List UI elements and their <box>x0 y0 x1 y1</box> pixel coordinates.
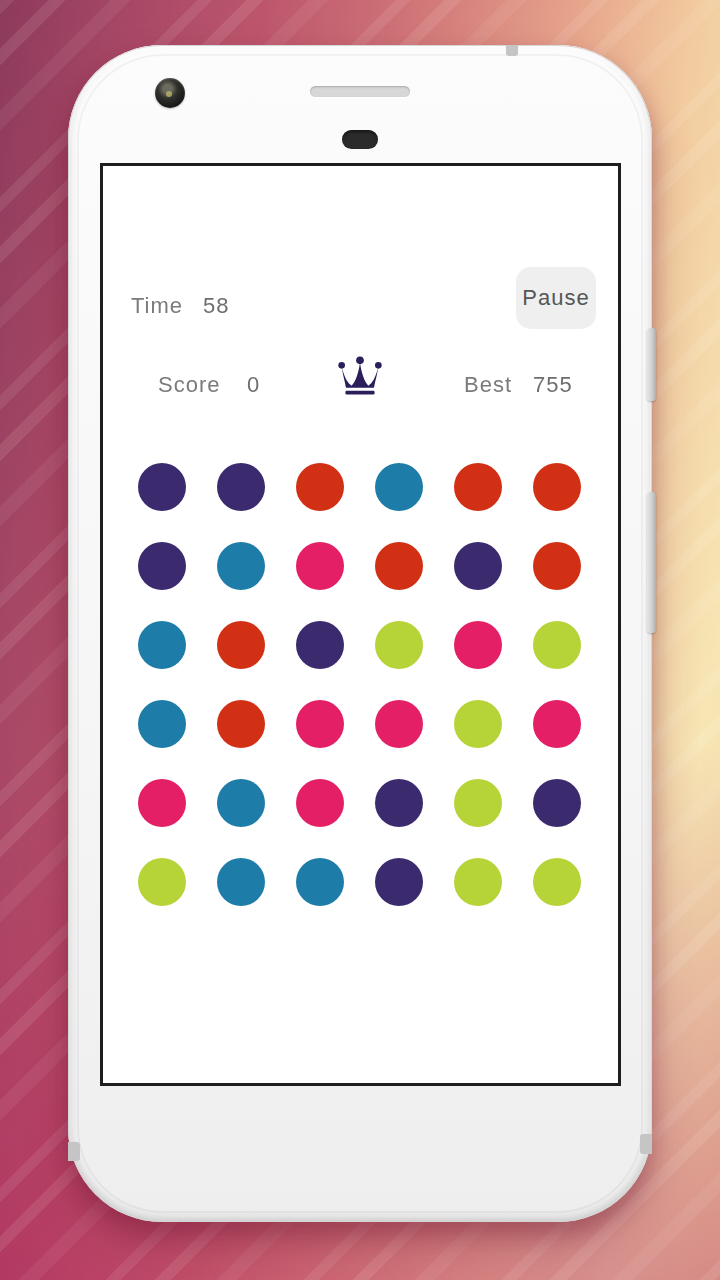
dot-green[interactable] <box>533 858 581 906</box>
board-cell <box>201 526 280 605</box>
power-button <box>647 328 656 401</box>
dot-green[interactable] <box>375 621 423 669</box>
dot-green[interactable] <box>533 621 581 669</box>
dot-purple[interactable] <box>138 542 186 590</box>
dot-pink[interactable] <box>296 779 344 827</box>
antenna-band-bottom-right <box>640 1134 652 1154</box>
dot-green[interactable] <box>454 700 502 748</box>
antenna-band-top <box>506 45 518 56</box>
antenna-band-bottom-left <box>68 1142 80 1161</box>
dot-blue[interactable] <box>375 463 423 511</box>
board-cell <box>280 684 359 763</box>
phone-frame: Time 58 Pause Score 0 Best 755 <box>68 45 652 1222</box>
dot-blue[interactable] <box>138 621 186 669</box>
best-value: 755 <box>533 372 573 398</box>
board-cell <box>122 605 201 684</box>
dot-pink[interactable] <box>375 700 423 748</box>
dot-green[interactable] <box>138 858 186 906</box>
board-cell <box>280 763 359 842</box>
board-cell <box>122 447 201 526</box>
board-cell <box>280 605 359 684</box>
board-cell <box>280 842 359 921</box>
pause-button[interactable]: Pause <box>516 267 596 329</box>
board-cell <box>438 684 517 763</box>
dot-blue[interactable] <box>217 779 265 827</box>
board-cell <box>201 605 280 684</box>
dot-red[interactable] <box>217 700 265 748</box>
board-cell <box>517 447 596 526</box>
board-cell <box>517 763 596 842</box>
dot-pink[interactable] <box>533 700 581 748</box>
board-cell <box>359 447 438 526</box>
dot-red[interactable] <box>454 463 502 511</box>
board-cell <box>438 763 517 842</box>
dot-red[interactable] <box>533 463 581 511</box>
board-cell <box>517 526 596 605</box>
dot-pink[interactable] <box>138 779 186 827</box>
board-cell <box>438 447 517 526</box>
time-value: 58 <box>203 293 229 319</box>
board-cell <box>359 763 438 842</box>
board-cell <box>122 684 201 763</box>
board-cell <box>517 684 596 763</box>
dot-red[interactable] <box>375 542 423 590</box>
dot-pink[interactable] <box>454 621 502 669</box>
board-cell <box>280 526 359 605</box>
front-camera-icon <box>155 78 185 108</box>
board-cell <box>201 842 280 921</box>
board-cell <box>517 605 596 684</box>
board-cell <box>359 605 438 684</box>
dot-purple[interactable] <box>138 463 186 511</box>
dot-blue[interactable] <box>296 858 344 906</box>
earpiece-speaker <box>310 86 410 97</box>
volume-rocker <box>647 492 656 633</box>
score-label: Score <box>158 372 220 398</box>
dot-purple[interactable] <box>375 779 423 827</box>
board-cell <box>517 842 596 921</box>
best-label: Best <box>464 372 512 398</box>
dot-blue[interactable] <box>217 542 265 590</box>
speaker-grille-icon <box>342 130 378 149</box>
board-cell <box>122 842 201 921</box>
board-cell <box>438 842 517 921</box>
dot-red[interactable] <box>533 542 581 590</box>
dot-red[interactable] <box>217 621 265 669</box>
board-cell <box>122 763 201 842</box>
wallpaper-background: { "game": "Dots (6x6 color-matching puzz… <box>0 0 720 1280</box>
board-cell <box>359 842 438 921</box>
dot-purple[interactable] <box>296 621 344 669</box>
board-cell <box>201 447 280 526</box>
dot-pink[interactable] <box>296 542 344 590</box>
dot-green[interactable] <box>454 858 502 906</box>
dot-red[interactable] <box>296 463 344 511</box>
board-cell <box>359 526 438 605</box>
game-screen: Time 58 Pause Score 0 Best 755 <box>100 163 621 1086</box>
board-cell <box>359 684 438 763</box>
time-label: Time <box>131 293 183 319</box>
dot-purple[interactable] <box>217 463 265 511</box>
dot-pink[interactable] <box>296 700 344 748</box>
board-cell <box>122 526 201 605</box>
dot-blue[interactable] <box>138 700 186 748</box>
score-value: 0 <box>247 372 260 398</box>
dot-purple[interactable] <box>454 542 502 590</box>
dot-purple[interactable] <box>375 858 423 906</box>
board-cell <box>280 447 359 526</box>
dot-purple[interactable] <box>533 779 581 827</box>
dots-board <box>122 447 596 921</box>
board-cell <box>438 526 517 605</box>
crown-icon <box>335 354 385 400</box>
board-cell <box>201 684 280 763</box>
board-cell <box>438 605 517 684</box>
board-cell <box>201 763 280 842</box>
dot-green[interactable] <box>454 779 502 827</box>
dot-blue[interactable] <box>217 858 265 906</box>
